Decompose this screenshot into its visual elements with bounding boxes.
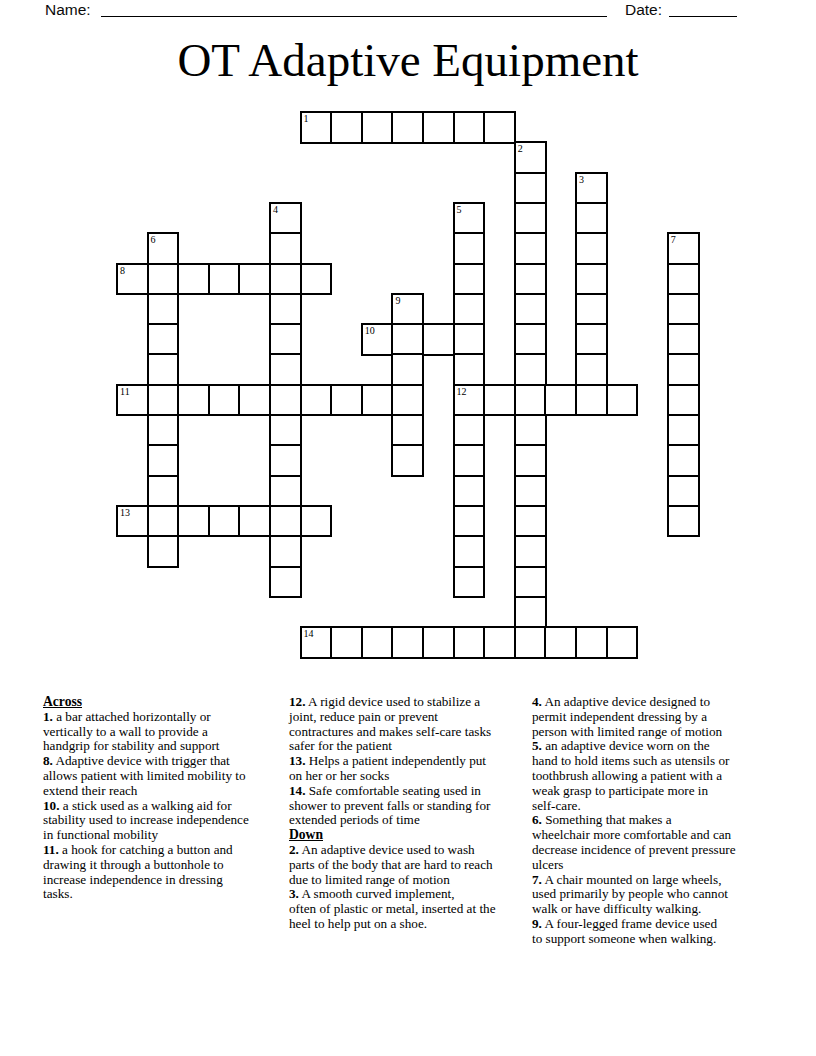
grid-cell-r5c18[interactable] (667, 263, 700, 296)
grid-cell-r9c5[interactable] (269, 384, 302, 417)
grid-cell-r12c13[interactable] (514, 475, 547, 508)
grid-cell-r9c15[interactable] (575, 384, 608, 417)
grid-cell-r3c15[interactable] (575, 202, 608, 235)
clue-number-label: 8. (43, 753, 53, 768)
grid-cell-r4c15[interactable] (575, 232, 608, 265)
clue-number-label: 12. (289, 694, 305, 709)
grid-cell-r13c11[interactable] (453, 505, 486, 538)
grid-cell-r1c13[interactable]: 2 (514, 141, 547, 174)
clue-number-label: 2. (289, 842, 299, 857)
grid-cell-r13c18[interactable] (667, 505, 700, 538)
grid-cell-r7c1[interactable] (147, 323, 180, 356)
clue-across-13: 13. Helps a patient independently put on… (289, 754, 535, 784)
grid-cell-r0c11[interactable] (453, 111, 486, 144)
grid-cell-r6c18[interactable] (667, 293, 700, 326)
grid-cell-r5c5[interactable] (269, 263, 302, 296)
grid-cell-r8c5[interactable] (269, 353, 302, 386)
grid-cell-r8c11[interactable] (453, 353, 486, 386)
grid-cell-r6c13[interactable] (514, 293, 547, 326)
clue-down-9: 9. A four-legged frame device used to su… (532, 917, 768, 947)
grid-cell-r8c18[interactable] (667, 353, 700, 386)
clue-text: A smooth curved implement, often of plas… (289, 886, 496, 931)
clue-across-14: 14. Safe comfortable seating used in sho… (289, 784, 535, 828)
grid-cell-r11c5[interactable] (269, 444, 302, 477)
grid-cell-r15c5[interactable] (269, 566, 302, 599)
cell-number-4: 4 (273, 204, 278, 215)
grid-cell-r12c18[interactable] (667, 475, 700, 508)
grid-cell-r15c11[interactable] (453, 566, 486, 599)
date-label: Date: (625, 2, 662, 17)
clue-text: Adaptive device with trigger that allows… (43, 753, 246, 798)
grid-cell-r5c2[interactable] (177, 263, 210, 296)
clue-across-8: 8. Adaptive device with trigger that all… (43, 754, 289, 798)
clue-text: Helps a patient independently put on her… (289, 753, 486, 783)
grid-cell-r14c13[interactable] (514, 535, 547, 568)
grid-cell-r6c11[interactable] (453, 293, 486, 326)
cell-number-10: 10 (365, 325, 375, 336)
grid-cell-r13c2[interactable] (177, 505, 210, 538)
grid-cell-r17c11[interactable] (453, 626, 486, 659)
grid-cell-r7c9[interactable] (391, 323, 424, 356)
clue-text: a hook for catching a button and drawing… (43, 842, 233, 901)
grid-cell-r14c11[interactable] (453, 535, 486, 568)
grid-cell-r3c11[interactable]: 5 (453, 202, 486, 235)
clue-down-7: 7. A chair mounted on large wheels, used… (532, 873, 768, 917)
grid-cell-r9c12[interactable] (483, 384, 516, 417)
clue-down-5: 5. an adaptive device worn on the hand t… (532, 739, 768, 813)
cell-number-6: 6 (151, 234, 156, 245)
grid-cell-r13c6[interactable] (300, 505, 333, 538)
grid-cell-r13c4[interactable] (238, 505, 271, 538)
grid-cell-r11c13[interactable] (514, 444, 547, 477)
down-header: Down (289, 828, 535, 843)
clue-across-11: 11. a hook for catching a button and dra… (43, 843, 289, 902)
grid-cell-r0c12[interactable] (483, 111, 516, 144)
grid-cell-r9c8[interactable] (361, 384, 394, 417)
cell-number-9: 9 (395, 295, 400, 306)
clue-number-label: 14. (289, 783, 305, 798)
grid-cell-r5c0[interactable]: 8 (116, 263, 149, 296)
cell-number-2: 2 (518, 143, 523, 154)
grid-cell-r6c9[interactable]: 9 (391, 293, 424, 326)
grid-cell-r7c5[interactable] (269, 323, 302, 356)
grid-cell-r9c11[interactable]: 12 (453, 384, 486, 417)
crossword-grid: 1234567891011121314 (116, 111, 700, 660)
grid-cell-r5c15[interactable] (575, 263, 608, 296)
clue-number-label: 11. (43, 842, 59, 857)
grid-cell-r14c5[interactable] (269, 535, 302, 568)
grid-cell-r0c8[interactable] (361, 111, 394, 144)
clue-number-label: 5. (532, 738, 542, 753)
cell-number-7: 7 (671, 234, 676, 245)
grid-cell-r11c18[interactable] (667, 444, 700, 477)
grid-cell-r11c11[interactable] (453, 444, 486, 477)
grid-cell-r9c18[interactable] (667, 384, 700, 417)
grid-cell-r12c5[interactable] (269, 475, 302, 508)
grid-cell-r3c5[interactable]: 4 (269, 202, 302, 235)
grid-cell-r9c0[interactable]: 11 (116, 384, 149, 417)
grid-cell-r10c5[interactable] (269, 414, 302, 447)
grid-cell-r13c1[interactable] (147, 505, 180, 538)
grid-cell-r11c9[interactable] (391, 444, 424, 477)
grid-cell-r9c13[interactable] (514, 384, 547, 417)
cell-number-3: 3 (579, 174, 584, 185)
clue-number-label: 1. (43, 709, 53, 724)
grid-cell-r15c13[interactable] (514, 566, 547, 599)
cell-number-5: 5 (457, 204, 462, 215)
grid-cell-r12c11[interactable] (453, 475, 486, 508)
name-write-line[interactable] (101, 16, 607, 17)
grid-cell-r10c18[interactable] (667, 414, 700, 447)
grid-cell-r7c15[interactable] (575, 323, 608, 356)
grid-cell-r5c11[interactable] (453, 263, 486, 296)
grid-cell-r10c1[interactable] (147, 414, 180, 447)
grid-cell-r9c2[interactable] (177, 384, 210, 417)
clue-text: An adaptive device used to wash parts of… (289, 842, 493, 887)
grid-cell-r8c9[interactable] (391, 353, 424, 386)
clue-number-label: 4. (532, 694, 542, 709)
clue-number-label: 3. (289, 886, 299, 901)
grid-cell-r6c15[interactable] (575, 293, 608, 326)
grid-cell-r17c6[interactable]: 14 (300, 626, 333, 659)
clue-text: A chair mounted on large wheels, used pr… (532, 872, 728, 917)
cell-number-8: 8 (120, 265, 125, 276)
grid-cell-r10c9[interactable] (391, 414, 424, 447)
page-title: OT Adaptive Equipment (0, 33, 816, 87)
grid-cell-r9c7[interactable] (330, 384, 363, 417)
clue-column-left: Across1. a bar attached horizontally or … (43, 695, 289, 902)
grid-cell-r17c8[interactable] (361, 626, 394, 659)
grid-cell-r4c11[interactable] (453, 232, 486, 265)
clue-number-label: 9. (532, 916, 542, 931)
grid-cell-r17c7[interactable] (330, 626, 363, 659)
grid-cell-r7c11[interactable] (453, 323, 486, 356)
clue-number-label: 10. (43, 798, 59, 813)
clue-text: Safe comfortable seating used in shower … (289, 783, 490, 828)
grid-cell-r4c13[interactable] (514, 232, 547, 265)
grid-cell-r4c1[interactable]: 6 (147, 232, 180, 265)
grid-cell-r4c18[interactable]: 7 (667, 232, 700, 265)
grid-cell-r9c6[interactable] (300, 384, 333, 417)
clue-text: Something that makes a wheelchair more c… (532, 812, 736, 871)
clue-down-6: 6. Something that makes a wheelchair mor… (532, 813, 768, 872)
grid-cell-r8c13[interactable] (514, 353, 547, 386)
grid-cell-r5c13[interactable] (514, 263, 547, 296)
clue-text: an adaptive device worn on the hand to h… (532, 738, 729, 812)
grid-cell-r7c13[interactable] (514, 323, 547, 356)
grid-cell-r8c15[interactable] (575, 353, 608, 386)
grid-cell-r8c1[interactable] (147, 353, 180, 386)
grid-cell-r9c16[interactable] (606, 384, 639, 417)
grid-cell-r9c14[interactable] (544, 384, 577, 417)
clue-across-10: 10. a stick used as a walking aid for st… (43, 799, 289, 843)
grid-cell-r9c4[interactable] (238, 384, 271, 417)
grid-cell-r0c9[interactable] (391, 111, 424, 144)
grid-cell-r7c18[interactable] (667, 323, 700, 356)
grid-cell-r7c10[interactable] (422, 323, 455, 356)
clue-down-4: 4. An adaptive device designed to permit… (532, 695, 768, 739)
grid-cell-r17c12[interactable] (483, 626, 516, 659)
grid-cell-r17c14[interactable] (544, 626, 577, 659)
cell-number-12: 12 (457, 386, 467, 397)
grid-cell-r17c16[interactable] (606, 626, 639, 659)
cell-number-13: 13 (120, 507, 130, 518)
grid-cell-r9c3[interactable] (208, 384, 241, 417)
grid-cell-r12c1[interactable] (147, 475, 180, 508)
grid-cell-r16c13[interactable] (514, 596, 547, 629)
grid-cell-r6c1[interactable] (147, 293, 180, 326)
grid-cell-r0c6[interactable]: 1 (300, 111, 333, 144)
clue-text: A rigid device used to stabilize a joint… (289, 694, 491, 753)
cell-number-11: 11 (120, 386, 130, 397)
grid-cell-r17c13[interactable] (514, 626, 547, 659)
grid-cell-r0c7[interactable] (330, 111, 363, 144)
grid-cell-r4c5[interactable] (269, 232, 302, 265)
grid-cell-r3c13[interactable] (514, 202, 547, 235)
clue-down-3: 3. A smooth curved implement, often of p… (289, 887, 535, 931)
grid-cell-r0c10[interactable] (422, 111, 455, 144)
clue-down-2: 2. An adaptive device used to wash parts… (289, 843, 535, 887)
date-write-line[interactable] (669, 16, 737, 17)
grid-cell-r17c15[interactable] (575, 626, 608, 659)
clue-text: An adaptive device designed to permit in… (532, 694, 722, 739)
clue-across-1: 1. a bar attached horizontally or vertic… (43, 710, 289, 754)
grid-cell-r13c5[interactable] (269, 505, 302, 538)
grid-cell-r2c13[interactable] (514, 172, 547, 205)
grid-cell-r5c3[interactable] (208, 263, 241, 296)
grid-cell-r9c9[interactable] (391, 384, 424, 417)
grid-cell-r17c9[interactable] (391, 626, 424, 659)
clue-number-label: 6. (532, 812, 542, 827)
grid-cell-r2c15[interactable]: 3 (575, 172, 608, 205)
grid-cell-r17c10[interactable] (422, 626, 455, 659)
grid-cell-r10c13[interactable] (514, 414, 547, 447)
cell-number-1: 1 (304, 113, 309, 124)
clue-column-right: 4. An adaptive device designed to permit… (532, 695, 768, 947)
clue-column-middle: 12. A rigid device used to stabilize a j… (289, 695, 535, 932)
clue-number-label: 13. (289, 753, 305, 768)
grid-cell-r13c3[interactable] (208, 505, 241, 538)
grid-cell-r10c11[interactable] (453, 414, 486, 447)
grid-cell-r11c1[interactable] (147, 444, 180, 477)
clue-text: a bar attached horizontally or verticall… (43, 709, 220, 754)
clue-text: A four-legged frame device used to suppo… (532, 916, 717, 946)
grid-cell-r14c1[interactable] (147, 535, 180, 568)
across-header: Across (43, 695, 289, 710)
grid-cell-r5c4[interactable] (238, 263, 271, 296)
grid-cell-r6c5[interactable] (269, 293, 302, 326)
grid-cell-r5c6[interactable] (300, 263, 333, 296)
grid-cell-r13c0[interactable]: 13 (116, 505, 149, 538)
grid-cell-r5c1[interactable] (147, 263, 180, 296)
grid-cell-r9c1[interactable] (147, 384, 180, 417)
grid-cell-r13c13[interactable] (514, 505, 547, 538)
clue-number-label: 7. (532, 872, 542, 887)
cell-number-14: 14 (304, 628, 314, 639)
clue-text: a stick used as a walking aid for stabil… (43, 798, 249, 843)
clue-across-12: 12. A rigid device used to stabilize a j… (289, 695, 535, 754)
grid-cell-r7c8[interactable]: 10 (361, 323, 394, 356)
name-label: Name: (45, 2, 91, 17)
